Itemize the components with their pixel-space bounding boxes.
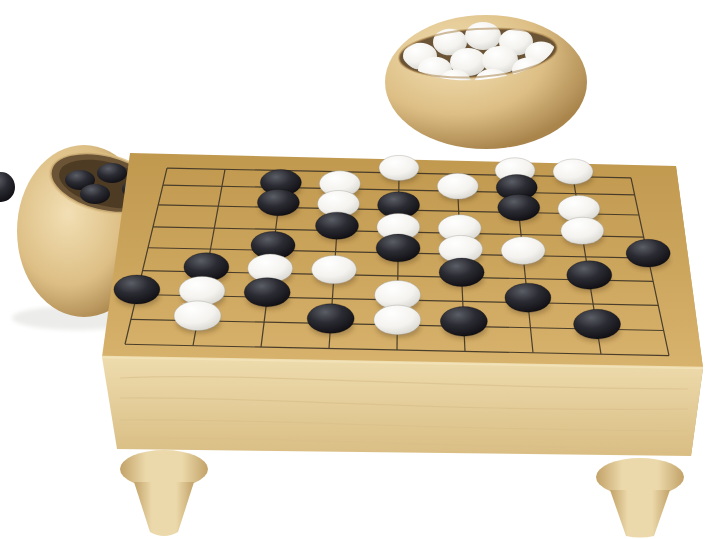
board-leg bbox=[120, 450, 208, 536]
stone-black[interactable] bbox=[505, 283, 551, 312]
stone-black[interactable] bbox=[498, 194, 540, 220]
board-leg bbox=[596, 458, 684, 538]
partial-black-stone-left-edge bbox=[0, 172, 15, 202]
go-board-svg bbox=[0, 0, 728, 539]
stone-white[interactable] bbox=[374, 305, 421, 335]
stone-black[interactable] bbox=[567, 261, 612, 289]
board-front-face bbox=[102, 357, 703, 456]
stone-white[interactable] bbox=[553, 159, 593, 184]
stone-black[interactable] bbox=[316, 212, 359, 239]
stone-black[interactable] bbox=[257, 189, 299, 215]
stone-black[interactable] bbox=[114, 275, 160, 304]
stone-white[interactable] bbox=[312, 255, 357, 283]
stone-white[interactable] bbox=[437, 173, 478, 199]
stone-white[interactable] bbox=[379, 155, 419, 180]
stone-black[interactable] bbox=[626, 239, 670, 267]
stone-white[interactable] bbox=[561, 217, 604, 244]
stone-white[interactable] bbox=[174, 301, 221, 331]
stone-black[interactable] bbox=[307, 304, 354, 334]
white-stone-bowl bbox=[385, 15, 587, 149]
stone-black[interactable] bbox=[376, 234, 420, 262]
stone-black[interactable] bbox=[574, 309, 621, 339]
board-legs bbox=[120, 450, 684, 538]
go-photo-scene bbox=[0, 0, 728, 539]
stone-white[interactable] bbox=[501, 237, 545, 265]
stone-black[interactable] bbox=[439, 258, 484, 286]
stone-black[interactable] bbox=[440, 307, 487, 337]
stone-black[interactable] bbox=[244, 278, 290, 307]
